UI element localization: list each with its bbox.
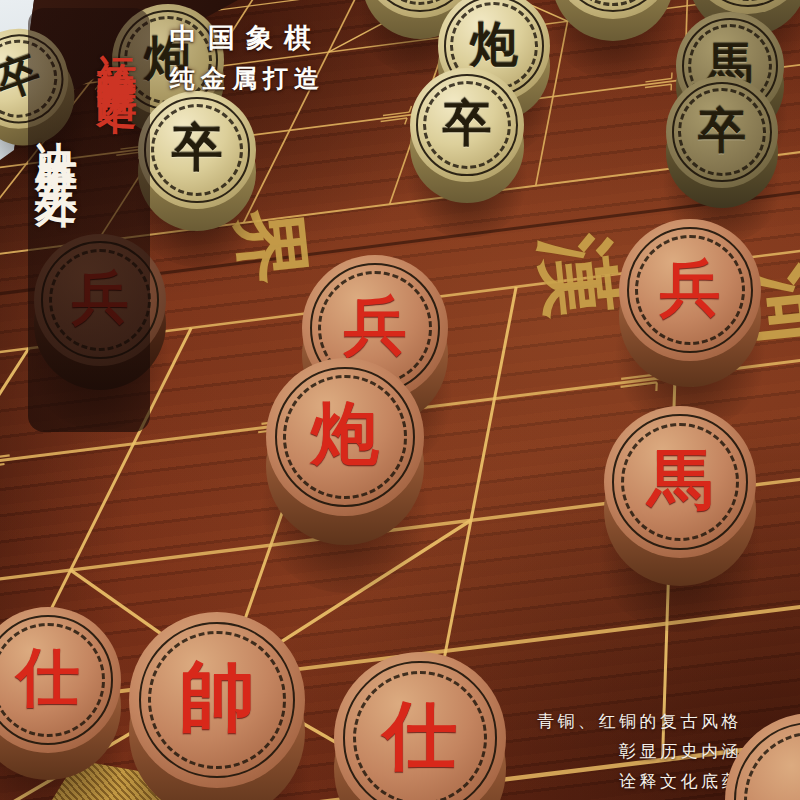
piece-character: 仕 bbox=[334, 698, 506, 772]
piece-face: 帥 bbox=[129, 612, 305, 788]
piece-black-卒[interactable]: 卒 bbox=[666, 76, 778, 213]
meander-ring-pattern bbox=[701, 0, 795, 1]
piece-red-仕[interactable]: 仕 bbox=[334, 652, 506, 800]
piece-face bbox=[725, 713, 800, 800]
piece-face: 炮 bbox=[266, 358, 424, 516]
piece-character: 卒 bbox=[410, 99, 524, 148]
piece-character: 仕 bbox=[0, 646, 121, 709]
xiangqi-product-photo: 界漢河 卒炮卒炮卒馬卒兵兵炮兵馬仕帥仕 决胜千里之外 运筹帷幄之中 中国象棋 纯… bbox=[0, 0, 800, 800]
piece-character: 兵 bbox=[619, 257, 761, 318]
piece-black-卒[interactable]: 卒 bbox=[138, 91, 256, 235]
piece-red-炮[interactable]: 炮 bbox=[266, 358, 424, 551]
piece-character: 帥 bbox=[129, 659, 305, 735]
title-line1: 中国象棋 bbox=[170, 20, 325, 56]
slogan-white-column: 决胜千里之外 bbox=[34, 108, 78, 162]
piece-character: 馬 bbox=[604, 447, 756, 512]
piece-character: 炮 bbox=[266, 400, 424, 468]
title-block: 中国象棋 纯金属打造 bbox=[170, 20, 325, 95]
piece-red-仕[interactable]: 仕 bbox=[0, 607, 121, 785]
piece-face: 馬 bbox=[604, 406, 756, 558]
piece-face: 兵 bbox=[619, 219, 761, 361]
piece-red-partial[interactable] bbox=[725, 713, 800, 800]
piece-face: 卒 bbox=[666, 76, 778, 188]
title-line2: 纯金属打造 bbox=[170, 62, 325, 95]
piece-character: 卒 bbox=[666, 106, 778, 154]
piece-character: 炮 bbox=[438, 20, 550, 68]
piece-red-馬[interactable]: 馬 bbox=[604, 406, 756, 591]
piece-red-帥[interactable]: 帥 bbox=[129, 612, 305, 800]
piece-red-兵[interactable]: 兵 bbox=[619, 219, 761, 392]
piece-black-partial[interactable] bbox=[552, 0, 674, 46]
piece-character: 卒 bbox=[138, 122, 256, 173]
piece-black-卒[interactable]: 卒 bbox=[410, 68, 524, 207]
piece-face: 卒 bbox=[410, 68, 524, 182]
piece-character: 兵 bbox=[302, 294, 448, 357]
piece-face: 仕 bbox=[334, 652, 506, 800]
slogan-banner: 决胜千里之外 运筹帷幄之中 bbox=[28, 8, 150, 432]
slogan-red-column: 运筹帷幄之中 bbox=[96, 22, 138, 70]
piece-face: 卒 bbox=[138, 91, 256, 209]
